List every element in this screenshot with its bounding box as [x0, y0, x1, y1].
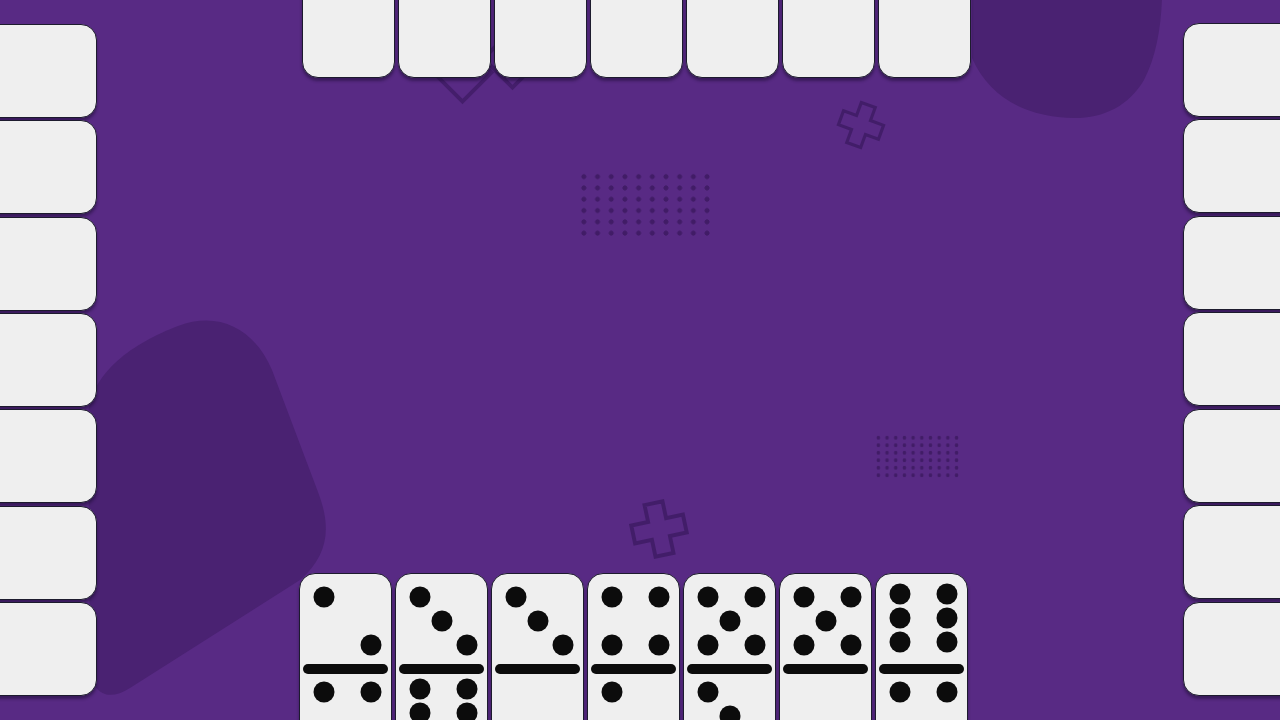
opponent-tile-facedown [1183, 23, 1280, 117]
tile-half-top [492, 574, 583, 669]
pip [889, 584, 910, 605]
pip [697, 634, 718, 655]
pip [648, 634, 669, 655]
pip [601, 634, 622, 655]
opponent-tile-facedown [1183, 119, 1280, 213]
cross-decoration [622, 492, 696, 566]
pip [744, 634, 765, 655]
pip [313, 587, 334, 608]
pip [815, 610, 836, 631]
pip [409, 679, 430, 700]
pip [719, 610, 740, 631]
blob-left [88, 320, 326, 694]
opponent-tile-facedown [494, 0, 587, 78]
pip [601, 587, 622, 608]
opponent-tile-facedown [1183, 216, 1280, 310]
tile-half-top [396, 574, 487, 669]
hand-tile-3-6[interactable] [395, 573, 488, 720]
opponent-tile-facedown [590, 0, 683, 78]
pip [409, 703, 430, 720]
tile-half-bottom [780, 669, 871, 720]
tile-divider [591, 664, 676, 674]
pip [431, 610, 452, 631]
opponent-tile-facedown [1183, 409, 1280, 503]
tile-half-top [780, 574, 871, 669]
pip [697, 587, 718, 608]
tile-half-top [588, 574, 679, 669]
dot-grid-decoration [874, 434, 960, 479]
pip [409, 587, 430, 608]
pip [648, 587, 669, 608]
pip [793, 634, 814, 655]
pip [936, 631, 957, 652]
tile-divider [687, 664, 772, 674]
tile-divider [303, 664, 388, 674]
pip [936, 584, 957, 605]
tile-half-bottom [300, 669, 391, 720]
pip [889, 631, 910, 652]
opponent-tile-facedown [398, 0, 491, 78]
hand-tile-4-2[interactable] [587, 573, 680, 720]
opponent-tile-facedown [0, 602, 97, 696]
pip [697, 682, 718, 703]
opponent-tile-facedown [1183, 312, 1280, 406]
pip [456, 703, 477, 720]
hand-tile-5-3[interactable] [683, 573, 776, 720]
hand-tile-5-0[interactable] [779, 573, 872, 720]
opponent-tile-facedown [686, 0, 779, 78]
pip [793, 587, 814, 608]
tile-divider [399, 664, 484, 674]
pip [456, 634, 477, 655]
pip [527, 610, 548, 631]
opponent-tile-facedown [782, 0, 875, 78]
opponent-tile-facedown [0, 313, 97, 407]
dot-grid-decoration [577, 171, 714, 240]
tile-half-bottom [684, 669, 775, 720]
tile-half-bottom [588, 669, 679, 720]
pip [505, 587, 526, 608]
tile-half-top [876, 574, 967, 669]
pip [744, 587, 765, 608]
opponent-tile-facedown [0, 217, 97, 311]
opponent-tile-facedown [0, 24, 97, 118]
tile-half-bottom [876, 669, 967, 720]
tile-half-bottom [492, 669, 583, 720]
hand-tile-2-4[interactable] [299, 573, 392, 720]
tile-half-top [300, 574, 391, 669]
pip [889, 682, 910, 703]
pip [936, 608, 957, 629]
blob-top-right [972, 0, 1162, 118]
pip [601, 682, 622, 703]
pip [840, 587, 861, 608]
tile-divider [783, 664, 868, 674]
opponent-tile-facedown [302, 0, 395, 78]
tile-half-top [684, 574, 775, 669]
opponent-tile-facedown [1183, 505, 1280, 599]
opponent-tile-facedown [0, 120, 97, 214]
opponent-tile-facedown [878, 0, 971, 78]
pip [889, 608, 910, 629]
pip [456, 679, 477, 700]
tile-divider [879, 664, 964, 674]
pip [719, 705, 740, 720]
opponent-tile-facedown [1183, 602, 1280, 696]
pip [360, 682, 381, 703]
pip [552, 634, 573, 655]
opponent-tile-facedown [0, 506, 97, 600]
tile-half-bottom [396, 669, 487, 720]
tile-divider [495, 664, 580, 674]
hand-tile-6-4[interactable] [875, 573, 968, 720]
hand-tile-3-0[interactable] [491, 573, 584, 720]
pip [936, 682, 957, 703]
pip [360, 634, 381, 655]
pip [840, 634, 861, 655]
cross-decoration [829, 93, 893, 157]
opponent-tile-facedown [0, 409, 97, 503]
pip [313, 682, 334, 703]
game-table [0, 0, 1280, 720]
